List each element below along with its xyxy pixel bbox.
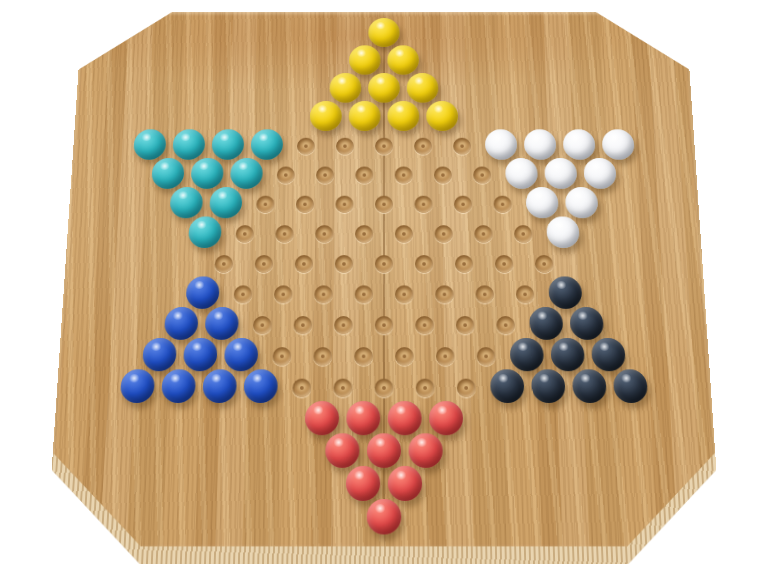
marble-yellow[interactable] [407,73,439,103]
board-hole[interactable] [316,167,334,184]
board-hole[interactable] [457,379,476,398]
board-hole[interactable] [455,255,474,273]
board-hole[interactable] [473,167,491,184]
marble-teal[interactable] [191,158,224,189]
board-hole[interactable] [274,285,293,303]
board-hole[interactable] [333,379,352,398]
marble-white[interactable] [565,187,599,218]
marble-teal[interactable] [172,129,205,159]
board-hole[interactable] [375,379,394,398]
marble-blue[interactable] [120,369,155,403]
board-hole[interactable] [414,138,432,155]
marble-blue[interactable] [161,369,196,403]
marble-blue[interactable] [243,369,277,403]
board-hole[interactable] [256,196,274,213]
board-hole[interactable] [313,347,332,365]
marble-red[interactable] [346,466,380,501]
board-hole[interactable] [435,285,454,303]
board-hole[interactable] [214,255,233,273]
board-hole[interactable] [474,225,492,243]
board-hole[interactable] [375,196,393,213]
marble-yellow[interactable] [387,45,418,74]
board-hole[interactable] [436,347,455,365]
marble-red[interactable] [367,433,401,468]
marble-yellow[interactable] [388,101,420,131]
board-hole[interactable] [415,255,433,273]
marble-teal[interactable] [251,129,284,159]
marble-red[interactable] [409,433,443,468]
board-hole[interactable] [415,316,434,334]
board-hole[interactable] [493,196,511,213]
marble-yellow[interactable] [349,101,381,131]
marble-teal[interactable] [211,129,244,159]
board-hole[interactable] [275,225,293,243]
marble-blue[interactable] [183,338,218,371]
marble-black[interactable] [529,307,563,340]
board-hole[interactable] [293,316,312,334]
board-hole[interactable] [375,316,393,334]
board-hole[interactable] [395,347,414,365]
marble-teal[interactable] [209,187,242,218]
board-hole[interactable] [514,225,533,243]
board-hole[interactable] [296,196,314,213]
board-hole[interactable] [435,225,453,243]
board-hole[interactable] [334,316,353,334]
marble-blue[interactable] [205,307,239,340]
photo-background [0,0,768,576]
marble-black[interactable] [531,369,566,403]
marble-red[interactable] [367,499,402,534]
board-hole[interactable] [295,255,314,273]
board-hole[interactable] [375,138,393,155]
board-hole[interactable] [355,167,373,184]
marble-yellow[interactable] [330,73,362,103]
marble-blue[interactable] [224,338,258,371]
marble-teal[interactable] [188,217,222,249]
board-hole[interactable] [335,196,353,213]
board-hole[interactable] [234,285,253,303]
marble-yellow[interactable] [368,73,400,103]
board-hole[interactable] [272,347,291,365]
marble-white[interactable] [601,129,634,159]
board-hole[interactable] [456,316,475,334]
board-hole[interactable] [297,138,315,155]
marble-white[interactable] [563,129,596,159]
board-hole[interactable] [395,225,413,243]
marble-white[interactable] [546,217,580,249]
marble-yellow[interactable] [368,18,399,47]
marble-blue[interactable] [202,369,237,403]
board-hole[interactable] [335,255,353,273]
marble-black[interactable] [510,338,544,371]
marble-teal[interactable] [170,187,204,218]
board-hole[interactable] [315,225,333,243]
marble-red[interactable] [388,466,422,501]
marble-black[interactable] [572,369,607,403]
marble-white[interactable] [583,158,617,189]
board-hole[interactable] [414,196,432,213]
board-hole[interactable] [535,255,554,273]
marble-black[interactable] [613,369,648,403]
board-hole[interactable] [255,255,274,273]
marble-blue[interactable] [186,276,220,308]
board-hole[interactable] [253,316,272,334]
marble-black[interactable] [569,307,604,340]
board-hole[interactable] [277,167,295,184]
marble-black[interactable] [550,338,585,371]
marble-white[interactable] [505,158,538,189]
board-hole[interactable] [516,285,535,303]
marble-white[interactable] [524,129,557,159]
board-tilt-wrapper [47,12,722,547]
board-hole[interactable] [495,255,514,273]
marble-black[interactable] [548,276,582,308]
board-hole[interactable] [336,138,354,155]
marble-teal[interactable] [151,158,185,189]
board-hole[interactable] [453,138,471,155]
marble-teal[interactable] [133,129,166,159]
board-hole[interactable] [496,316,515,334]
marble-teal[interactable] [230,158,263,189]
board-hole[interactable] [314,285,333,303]
marble-black[interactable] [490,369,524,403]
marble-blue[interactable] [142,338,177,371]
board-hole[interactable] [375,255,393,273]
marble-red[interactable] [346,401,380,435]
marble-yellow[interactable] [310,101,342,131]
star-grid [47,12,722,547]
board-hole[interactable] [416,379,435,398]
marble-white[interactable] [525,187,558,218]
marble-red[interactable] [429,401,463,435]
board-hole[interactable] [355,285,373,303]
marble-blue[interactable] [164,307,199,340]
marble-white[interactable] [544,158,577,189]
board-hole[interactable] [475,285,494,303]
marble-red[interactable] [305,401,339,435]
marble-red[interactable] [325,433,359,468]
marble-white[interactable] [485,129,518,159]
board-hole[interactable] [434,167,452,184]
board-hole[interactable] [354,347,373,365]
board-hole[interactable] [454,196,472,213]
marble-red[interactable] [388,401,422,435]
board-hole[interactable] [235,225,254,243]
marble-yellow[interactable] [426,101,458,131]
marble-yellow[interactable] [349,45,380,74]
board-hole[interactable] [292,379,311,398]
board-hole[interactable] [477,347,496,365]
board-hole[interactable] [395,285,413,303]
board-hole[interactable] [395,167,413,184]
marble-black[interactable] [591,338,626,371]
board-hole[interactable] [355,225,373,243]
